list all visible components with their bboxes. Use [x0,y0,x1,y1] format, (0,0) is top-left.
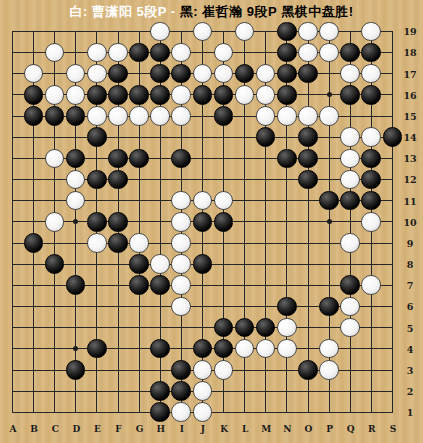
intersection-R15[interactable] [361,106,382,127]
intersection-K2[interactable] [213,381,234,402]
intersection-M18[interactable] [255,42,276,63]
intersection-O5[interactable] [298,317,319,338]
intersection-J16[interactable] [192,84,213,105]
intersection-R2[interactable] [361,381,382,402]
intersection-L3[interactable] [234,360,255,381]
intersection-A14[interactable] [2,127,23,148]
intersection-N16[interactable] [276,84,297,105]
intersection-F1[interactable] [108,402,129,423]
intersection-M12[interactable] [255,169,276,190]
intersection-K18[interactable] [213,42,234,63]
intersection-Q1[interactable] [340,402,361,423]
intersection-K12[interactable] [213,169,234,190]
intersection-P9[interactable] [319,233,340,254]
intersection-D1[interactable] [65,402,86,423]
intersection-M13[interactable] [255,148,276,169]
intersection-F17[interactable] [108,63,129,84]
intersection-F11[interactable] [108,190,129,211]
intersection-B15[interactable] [23,106,44,127]
intersection-M14[interactable] [255,127,276,148]
intersection-P12[interactable] [319,169,340,190]
intersection-L1[interactable] [234,402,255,423]
intersection-J7[interactable] [192,275,213,296]
intersection-P18[interactable] [319,42,340,63]
intersection-B19[interactable] [23,21,44,42]
intersection-J18[interactable] [192,42,213,63]
intersection-C17[interactable] [44,63,65,84]
intersection-I13[interactable] [171,148,192,169]
intersection-I10[interactable] [171,211,192,232]
intersection-F14[interactable] [108,127,129,148]
intersection-O2[interactable] [298,381,319,402]
intersection-C5[interactable] [44,317,65,338]
intersection-I6[interactable] [171,296,192,317]
intersection-L14[interactable] [234,127,255,148]
intersection-B13[interactable] [23,148,44,169]
intersection-N7[interactable] [276,275,297,296]
intersection-N13[interactable] [276,148,297,169]
intersection-Q16[interactable] [340,84,361,105]
intersection-J19[interactable] [192,21,213,42]
intersection-E8[interactable] [86,254,107,275]
intersection-A8[interactable] [2,254,23,275]
intersection-A15[interactable] [2,106,23,127]
intersection-G19[interactable] [129,21,150,42]
intersection-I18[interactable] [171,42,192,63]
intersection-G4[interactable] [129,338,150,359]
intersection-D15[interactable] [65,106,86,127]
intersection-Q17[interactable] [340,63,361,84]
intersection-K3[interactable] [213,360,234,381]
intersection-M11[interactable] [255,190,276,211]
intersection-Q10[interactable] [340,211,361,232]
intersection-M15[interactable] [255,106,276,127]
intersection-I1[interactable] [171,402,192,423]
intersection-L9[interactable] [234,233,255,254]
intersection-M16[interactable] [255,84,276,105]
intersection-H17[interactable] [150,63,171,84]
intersection-K4[interactable] [213,338,234,359]
intersection-S14[interactable] [382,127,403,148]
intersection-D11[interactable] [65,190,86,211]
intersection-A2[interactable] [2,381,23,402]
intersection-F15[interactable] [108,106,129,127]
intersection-A3[interactable] [2,360,23,381]
intersection-C6[interactable] [44,296,65,317]
intersection-J1[interactable] [192,402,213,423]
intersection-H18[interactable] [150,42,171,63]
intersection-A16[interactable] [2,84,23,105]
intersection-H16[interactable] [150,84,171,105]
intersection-A4[interactable] [2,338,23,359]
intersection-C9[interactable] [44,233,65,254]
intersection-E16[interactable] [86,84,107,105]
intersection-D19[interactable] [65,21,86,42]
intersection-E4[interactable] [86,338,107,359]
intersection-F6[interactable] [108,296,129,317]
intersection-A6[interactable] [2,296,23,317]
intersection-N6[interactable] [276,296,297,317]
intersection-E10[interactable] [86,211,107,232]
intersection-G17[interactable] [129,63,150,84]
intersection-F19[interactable] [108,21,129,42]
intersection-I3[interactable] [171,360,192,381]
intersection-A11[interactable] [2,190,23,211]
intersection-B16[interactable] [23,84,44,105]
intersection-E15[interactable] [86,106,107,127]
intersection-G5[interactable] [129,317,150,338]
intersection-R10[interactable] [361,211,382,232]
intersection-O3[interactable] [298,360,319,381]
intersection-D17[interactable] [65,63,86,84]
intersection-N1[interactable] [276,402,297,423]
intersection-E19[interactable] [86,21,107,42]
intersection-K6[interactable] [213,296,234,317]
intersection-J14[interactable] [192,127,213,148]
intersection-B1[interactable] [23,402,44,423]
intersection-C2[interactable] [44,381,65,402]
intersection-R17[interactable] [361,63,382,84]
intersection-D16[interactable] [65,84,86,105]
intersection-R7[interactable] [361,275,382,296]
intersection-R3[interactable] [361,360,382,381]
intersection-M6[interactable] [255,296,276,317]
intersection-K8[interactable] [213,254,234,275]
intersection-G2[interactable] [129,381,150,402]
intersection-M5[interactable] [255,317,276,338]
intersection-K14[interactable] [213,127,234,148]
intersection-K15[interactable] [213,106,234,127]
intersection-D13[interactable] [65,148,86,169]
intersection-H6[interactable] [150,296,171,317]
intersection-D5[interactable] [65,317,86,338]
intersection-H15[interactable] [150,106,171,127]
intersection-L19[interactable] [234,21,255,42]
intersection-G10[interactable] [129,211,150,232]
intersection-M8[interactable] [255,254,276,275]
intersection-E9[interactable] [86,233,107,254]
intersection-B4[interactable] [23,338,44,359]
intersection-I8[interactable] [171,254,192,275]
intersection-K16[interactable] [213,84,234,105]
intersection-Q18[interactable] [340,42,361,63]
intersection-D4[interactable] [65,338,86,359]
intersection-B8[interactable] [23,254,44,275]
intersection-I4[interactable] [171,338,192,359]
intersection-R16[interactable] [361,84,382,105]
intersection-L4[interactable] [234,338,255,359]
intersection-O15[interactable] [298,106,319,127]
intersection-D8[interactable] [65,254,86,275]
intersection-A12[interactable] [2,169,23,190]
intersection-P1[interactable] [319,402,340,423]
intersection-R1[interactable] [361,402,382,423]
intersection-M2[interactable] [255,381,276,402]
intersection-L15[interactable] [234,106,255,127]
intersection-H14[interactable] [150,127,171,148]
intersection-D2[interactable] [65,381,86,402]
intersection-D3[interactable] [65,360,86,381]
intersection-L18[interactable] [234,42,255,63]
intersection-R6[interactable] [361,296,382,317]
intersection-M4[interactable] [255,338,276,359]
intersection-N17[interactable] [276,63,297,84]
intersection-R4[interactable] [361,338,382,359]
intersection-A17[interactable] [2,63,23,84]
intersection-N10[interactable] [276,211,297,232]
intersection-L10[interactable] [234,211,255,232]
intersection-O14[interactable] [298,127,319,148]
intersection-C11[interactable] [44,190,65,211]
intersection-J9[interactable] [192,233,213,254]
intersection-Q13[interactable] [340,148,361,169]
intersection-I17[interactable] [171,63,192,84]
intersection-H2[interactable] [150,381,171,402]
intersection-A19[interactable] [2,21,23,42]
intersection-N14[interactable] [276,127,297,148]
intersection-O11[interactable] [298,190,319,211]
intersection-O10[interactable] [298,211,319,232]
intersection-E1[interactable] [86,402,107,423]
intersection-C4[interactable] [44,338,65,359]
intersection-J15[interactable] [192,106,213,127]
intersection-A1[interactable] [2,402,23,423]
intersection-H13[interactable] [150,148,171,169]
intersection-C15[interactable] [44,106,65,127]
intersection-R18[interactable] [361,42,382,63]
intersection-J13[interactable] [192,148,213,169]
intersection-P5[interactable] [319,317,340,338]
intersection-R11[interactable] [361,190,382,211]
intersection-D10[interactable] [65,211,86,232]
intersection-J3[interactable] [192,360,213,381]
intersection-L7[interactable] [234,275,255,296]
intersection-A7[interactable] [2,275,23,296]
intersection-G16[interactable] [129,84,150,105]
intersection-G14[interactable] [129,127,150,148]
intersection-Q5[interactable] [340,317,361,338]
intersection-H5[interactable] [150,317,171,338]
intersection-L12[interactable] [234,169,255,190]
intersection-G15[interactable] [129,106,150,127]
intersection-I11[interactable] [171,190,192,211]
intersection-I9[interactable] [171,233,192,254]
intersection-I5[interactable] [171,317,192,338]
intersection-F8[interactable] [108,254,129,275]
intersection-G13[interactable] [129,148,150,169]
intersection-B11[interactable] [23,190,44,211]
intersection-P6[interactable] [319,296,340,317]
intersection-B12[interactable] [23,169,44,190]
intersection-B14[interactable] [23,127,44,148]
intersection-K9[interactable] [213,233,234,254]
intersection-E18[interactable] [86,42,107,63]
intersection-B18[interactable] [23,42,44,63]
intersection-G6[interactable] [129,296,150,317]
intersection-L13[interactable] [234,148,255,169]
intersection-F4[interactable] [108,338,129,359]
intersection-O13[interactable] [298,148,319,169]
intersection-F16[interactable] [108,84,129,105]
intersection-Q12[interactable] [340,169,361,190]
intersection-L6[interactable] [234,296,255,317]
intersection-R5[interactable] [361,317,382,338]
intersection-G1[interactable] [129,402,150,423]
intersection-A9[interactable] [2,233,23,254]
intersection-B5[interactable] [23,317,44,338]
intersection-O7[interactable] [298,275,319,296]
intersection-E12[interactable] [86,169,107,190]
intersection-B10[interactable] [23,211,44,232]
intersection-P19[interactable] [319,21,340,42]
intersection-C14[interactable] [44,127,65,148]
intersection-Q19[interactable] [340,21,361,42]
intersection-B7[interactable] [23,275,44,296]
intersection-R8[interactable] [361,254,382,275]
intersection-K5[interactable] [213,317,234,338]
intersection-K7[interactable] [213,275,234,296]
intersection-F7[interactable] [108,275,129,296]
intersection-D9[interactable] [65,233,86,254]
intersection-N2[interactable] [276,381,297,402]
intersection-J2[interactable] [192,381,213,402]
intersection-F5[interactable] [108,317,129,338]
intersection-F13[interactable] [108,148,129,169]
intersection-I12[interactable] [171,169,192,190]
intersection-J10[interactable] [192,211,213,232]
intersection-O17[interactable] [298,63,319,84]
intersection-Q7[interactable] [340,275,361,296]
intersection-P4[interactable] [319,338,340,359]
intersection-P13[interactable] [319,148,340,169]
intersection-K1[interactable] [213,402,234,423]
intersection-D18[interactable] [65,42,86,63]
intersection-Q11[interactable] [340,190,361,211]
intersection-D7[interactable] [65,275,86,296]
intersection-C3[interactable] [44,360,65,381]
intersection-F9[interactable] [108,233,129,254]
intersection-R19[interactable] [361,21,382,42]
intersection-Q4[interactable] [340,338,361,359]
intersection-N5[interactable] [276,317,297,338]
intersection-P2[interactable] [319,381,340,402]
intersection-L11[interactable] [234,190,255,211]
intersection-J6[interactable] [192,296,213,317]
intersection-L8[interactable] [234,254,255,275]
intersection-N12[interactable] [276,169,297,190]
intersection-H12[interactable] [150,169,171,190]
intersection-L17[interactable] [234,63,255,84]
intersection-O8[interactable] [298,254,319,275]
intersection-B17[interactable] [23,63,44,84]
intersection-P3[interactable] [319,360,340,381]
intersection-M19[interactable] [255,21,276,42]
intersection-A5[interactable] [2,317,23,338]
intersection-N9[interactable] [276,233,297,254]
intersection-C19[interactable] [44,21,65,42]
intersection-C16[interactable] [44,84,65,105]
intersection-Q8[interactable] [340,254,361,275]
intersection-R12[interactable] [361,169,382,190]
intersection-E6[interactable] [86,296,107,317]
intersection-F18[interactable] [108,42,129,63]
intersection-O1[interactable] [298,402,319,423]
intersection-C18[interactable] [44,42,65,63]
intersection-I14[interactable] [171,127,192,148]
intersection-G3[interactable] [129,360,150,381]
intersection-G11[interactable] [129,190,150,211]
intersection-B3[interactable] [23,360,44,381]
intersection-N15[interactable] [276,106,297,127]
intersection-E14[interactable] [86,127,107,148]
intersection-M3[interactable] [255,360,276,381]
intersection-C7[interactable] [44,275,65,296]
intersection-M10[interactable] [255,211,276,232]
intersection-K17[interactable] [213,63,234,84]
intersection-Q2[interactable] [340,381,361,402]
intersection-F2[interactable] [108,381,129,402]
intersection-Q9[interactable] [340,233,361,254]
intersection-G18[interactable] [129,42,150,63]
intersection-N18[interactable] [276,42,297,63]
intersection-E7[interactable] [86,275,107,296]
intersection-N3[interactable] [276,360,297,381]
intersection-J11[interactable] [192,190,213,211]
intersection-A18[interactable] [2,42,23,63]
intersection-F12[interactable] [108,169,129,190]
intersection-O6[interactable] [298,296,319,317]
intersection-Q6[interactable] [340,296,361,317]
intersection-E13[interactable] [86,148,107,169]
intersection-L5[interactable] [234,317,255,338]
intersection-P16[interactable] [319,84,340,105]
intersection-O12[interactable] [298,169,319,190]
intersection-K11[interactable] [213,190,234,211]
intersection-P8[interactable] [319,254,340,275]
intersection-N4[interactable] [276,338,297,359]
intersection-G12[interactable] [129,169,150,190]
intersection-L16[interactable] [234,84,255,105]
intersection-J5[interactable] [192,317,213,338]
intersection-K10[interactable] [213,211,234,232]
intersection-B6[interactable] [23,296,44,317]
intersection-E3[interactable] [86,360,107,381]
intersection-C1[interactable] [44,402,65,423]
intersection-I19[interactable] [171,21,192,42]
intersection-M17[interactable] [255,63,276,84]
intersection-A13[interactable] [2,148,23,169]
intersection-O9[interactable] [298,233,319,254]
intersection-G8[interactable] [129,254,150,275]
intersection-H3[interactable] [150,360,171,381]
intersection-A10[interactable] [2,211,23,232]
intersection-P14[interactable] [319,127,340,148]
intersection-K13[interactable] [213,148,234,169]
intersection-I2[interactable] [171,381,192,402]
intersection-H1[interactable] [150,402,171,423]
intersection-G9[interactable] [129,233,150,254]
intersection-C10[interactable] [44,211,65,232]
intersection-J4[interactable] [192,338,213,359]
intersection-O16[interactable] [298,84,319,105]
intersection-C12[interactable] [44,169,65,190]
intersection-Q14[interactable] [340,127,361,148]
intersection-J8[interactable] [192,254,213,275]
intersection-N19[interactable] [276,21,297,42]
intersection-P10[interactable] [319,211,340,232]
intersection-B9[interactable] [23,233,44,254]
intersection-H11[interactable] [150,190,171,211]
